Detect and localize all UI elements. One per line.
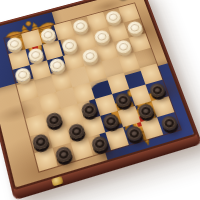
board-face bbox=[0, 0, 197, 190]
clasp-knob-icon bbox=[116, 0, 127, 1]
photo-scene bbox=[0, 0, 200, 200]
dark-piece[interactable] bbox=[159, 115, 178, 133]
game-box bbox=[0, 0, 200, 200]
dark-piece[interactable] bbox=[54, 145, 73, 164]
